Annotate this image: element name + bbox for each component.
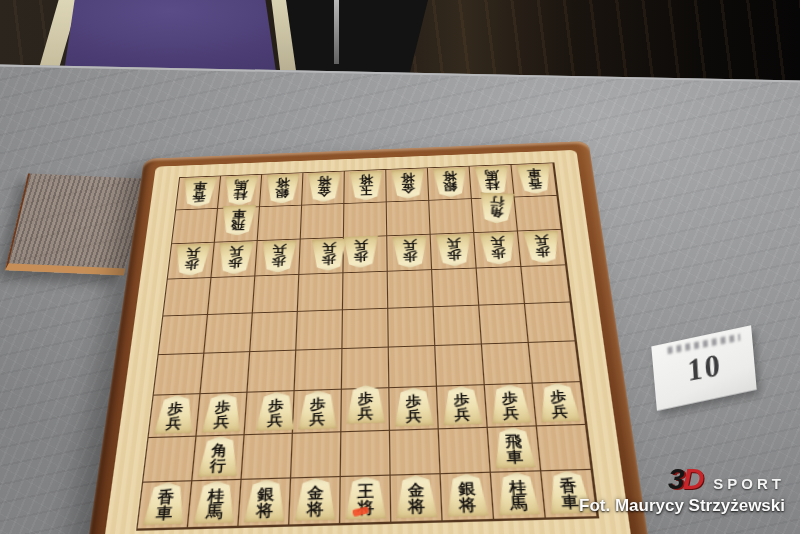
logo-sport-text: SPORT	[713, 475, 785, 492]
person-in-black	[286, 0, 428, 80]
shogi-piece-sente-pawn[interactable]: 歩兵	[393, 387, 434, 427]
piece-kanji: 歩兵	[533, 233, 550, 257]
piece-kanji: 銀将	[275, 176, 290, 198]
piece-kanji: 金将	[408, 482, 426, 514]
shogi-piece-sente-bishop[interactable]: 角行	[197, 435, 241, 476]
shogi-piece-gote-lance[interactable]: 香車	[180, 177, 217, 208]
piece-kanji: 歩兵	[213, 400, 231, 428]
photo-watermark: 3 D SPORT Fot. Maurycy Strzyżewski	[579, 464, 785, 516]
board-grid[interactable]: 香車桂馬銀将金将玉将金将銀将桂馬香車飛車角行歩兵歩兵歩兵歩兵歩兵歩兵歩兵歩兵歩兵…	[136, 162, 599, 530]
shogi-piece-sente-silver[interactable]: 銀将	[243, 479, 287, 522]
piece-kanji: 歩兵	[406, 394, 423, 423]
logo-d-glyph: D	[683, 464, 705, 494]
piece-kanji: 歩兵	[271, 243, 287, 267]
piece-kanji: 金将	[307, 485, 324, 516]
piece-kanji: 角行	[210, 443, 228, 473]
shogi-piece-sente-pawn[interactable]: 歩兵	[153, 394, 196, 433]
piece-kanji: 香車	[526, 167, 542, 189]
shogi-piece-gote-silver[interactable]: 銀将	[431, 167, 468, 198]
photographer-credit: Fot. Maurycy Strzyżewski	[579, 496, 785, 516]
piece-kanji: 桂馬	[508, 479, 527, 511]
piece-kanji: 金将	[400, 172, 414, 194]
shogi-piece-gote-pawn[interactable]: 歩兵	[342, 235, 379, 268]
shogi-piece-gote-gold[interactable]: 金将	[306, 172, 341, 203]
shogi-piece-sente-pawn[interactable]: 歩兵	[297, 390, 338, 430]
shogi-piece-gote-king[interactable]: 玉将	[348, 170, 383, 201]
komadai-piece-stand	[5, 173, 147, 275]
shogi-piece-sente-pawn[interactable]: 歩兵	[201, 393, 243, 433]
piece-kanji: 銀将	[256, 486, 274, 517]
piece-kanji: 歩兵	[550, 389, 569, 418]
piece-kanji: 歩兵	[453, 392, 470, 421]
shogi-piece-gote-knight[interactable]: 桂馬	[473, 165, 510, 196]
purple-chair-back	[46, 0, 294, 74]
shogi-piece-sente-pawn[interactable]: 歩兵	[255, 391, 296, 431]
shogi-piece-sente-gold[interactable]: 金将	[395, 475, 438, 519]
board-surface-margin: 香車桂馬銀将金将玉将金将銀将桂馬香車飛車角行歩兵歩兵歩兵歩兵歩兵歩兵歩兵歩兵歩兵…	[97, 150, 636, 534]
piece-kanji: 歩兵	[227, 245, 243, 269]
table-number: 10	[686, 347, 722, 389]
shogi-piece-sente-pawn[interactable]: 歩兵	[489, 384, 532, 424]
piece-kanji: 玉将	[359, 173, 373, 195]
shogi-piece-gote-bishop[interactable]: 角行	[477, 192, 514, 224]
piece-kanji: 歩兵	[321, 241, 336, 265]
piece-kanji: 桂馬	[206, 488, 225, 519]
shogi-piece-gote-pawn[interactable]: 歩兵	[434, 233, 472, 266]
piece-kanji: 香車	[155, 489, 175, 520]
shogi-piece-sente-pawn[interactable]: 歩兵	[441, 385, 483, 425]
shogi-piece-gote-silver[interactable]: 銀将	[264, 173, 300, 204]
shogi-piece-gote-pawn[interactable]: 歩兵	[259, 240, 297, 273]
shogi-piece-gote-gold[interactable]: 金将	[390, 168, 426, 199]
shogi-piece-gote-pawn[interactable]: 歩兵	[172, 243, 211, 276]
piece-kanji: 歩兵	[183, 246, 200, 270]
shogi-piece-sente-king[interactable]: 王将	[345, 476, 387, 520]
shogi-piece-sente-pawn[interactable]: 歩兵	[346, 384, 386, 423]
piece-kanji: 歩兵	[165, 401, 184, 429]
shogi-piece-sente-gold[interactable]: 金将	[294, 477, 337, 521]
shogi-board: 香車桂馬銀将金将玉将金将銀将桂馬香車飛車角行歩兵歩兵歩兵歩兵歩兵歩兵歩兵歩兵歩兵…	[74, 141, 661, 534]
piece-kanji: 歩兵	[309, 397, 326, 426]
piece-kanji: 桂馬	[484, 168, 500, 190]
chair-upholstery	[64, 0, 276, 72]
shogi-piece-sente-rook[interactable]: 飛車	[492, 427, 537, 469]
piece-kanji: 歩兵	[358, 391, 374, 419]
shogi-piece-sente-silver[interactable]: 銀将	[445, 473, 490, 517]
piece-kanji: 銀将	[442, 170, 457, 192]
shogi-piece-gote-pawn[interactable]: 歩兵	[310, 238, 347, 271]
shogi-piece-gote-pawn[interactable]: 歩兵	[391, 235, 428, 268]
person-clothing-highlight	[334, 0, 339, 64]
piece-kanji: 香車	[191, 180, 207, 202]
piece-kanji: 歩兵	[402, 238, 417, 262]
piece-kanji: 飛車	[505, 434, 524, 464]
piece-kanji: 桂馬	[233, 178, 248, 200]
shogi-piece-sente-lance[interactable]: 香車	[142, 482, 188, 525]
piece-kanji: 香車	[559, 478, 579, 510]
photo-stage: 香車桂馬銀将金将玉将金将銀将桂馬香車飛車角行歩兵歩兵歩兵歩兵歩兵歩兵歩兵歩兵歩兵…	[0, 0, 800, 534]
piece-kanji: 銀将	[458, 481, 476, 513]
shogi-piece-gote-rook[interactable]: 飛車	[219, 204, 257, 236]
piece-kanji: 角行	[489, 195, 504, 218]
shogi-piece-sente-knight[interactable]: 桂馬	[193, 480, 238, 523]
shogi-piece-gote-pawn[interactable]: 歩兵	[522, 230, 562, 263]
sport-logo: 3 D SPORT	[579, 464, 785, 494]
shogi-piece-gote-lance[interactable]: 香車	[515, 163, 553, 194]
shogi-piece-gote-knight[interactable]: 桂馬	[222, 175, 259, 206]
piece-kanji: 金将	[317, 175, 331, 197]
piece-kanji: 歩兵	[501, 391, 519, 420]
piece-kanji: 歩兵	[445, 237, 461, 261]
board-wooden-frame: 香車桂馬銀将金将玉将金将銀将桂馬香車飛車角行歩兵歩兵歩兵歩兵歩兵歩兵歩兵歩兵歩兵…	[74, 141, 661, 534]
shogi-piece-gote-pawn[interactable]: 歩兵	[216, 241, 255, 274]
piece-kanji: 飛車	[230, 207, 246, 230]
piece-kanji: 歩兵	[267, 398, 284, 427]
shogi-piece-sente-pawn[interactable]: 歩兵	[537, 382, 582, 422]
shogi-piece-gote-pawn[interactable]: 歩兵	[478, 232, 517, 265]
piece-kanji: 歩兵	[489, 235, 505, 259]
piece-kanji: 歩兵	[353, 238, 367, 262]
shogi-piece-sente-knight[interactable]: 桂馬	[495, 472, 541, 516]
